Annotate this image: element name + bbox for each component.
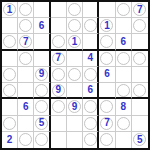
cell-r0c4[interactable]	[67, 2, 83, 18]
cell-r4c5[interactable]	[83, 67, 99, 83]
odd-mark-circle	[3, 117, 16, 130]
cell-r5c2[interactable]	[34, 83, 50, 99]
odd-mark-circle	[19, 52, 32, 65]
cell-r0c5[interactable]	[83, 2, 99, 18]
given-digit: 2	[7, 135, 13, 145]
cell-r8c1[interactable]	[18, 132, 34, 148]
given-digit: 6	[23, 102, 29, 112]
odd-mark-circle	[84, 19, 97, 32]
cell-r6c7[interactable]: 8	[116, 99, 132, 115]
odd-mark-circle	[117, 3, 130, 16]
cell-r3c8[interactable]	[132, 51, 148, 67]
cell-r7c2[interactable]: 5	[34, 116, 50, 132]
given-digit: 6	[87, 85, 93, 95]
odd-mark-circle	[35, 100, 48, 113]
cell-r8c2[interactable]	[34, 132, 50, 148]
cell-r4c4[interactable]	[67, 67, 83, 83]
cell-r4c2[interactable]: 9	[34, 67, 50, 83]
odd-mark-circle	[52, 35, 65, 48]
cell-r4c0[interactable]	[2, 67, 18, 83]
cell-r8c5[interactable]	[83, 132, 99, 148]
cell-r7c5[interactable]	[83, 116, 99, 132]
odd-mark-circle: 1	[100, 19, 113, 32]
cell-r3c4[interactable]	[67, 51, 83, 67]
given-digit: 8	[120, 102, 126, 112]
cell-r3c5[interactable]: 4	[83, 51, 99, 67]
odd-mark-circle	[52, 100, 65, 113]
given-digit: 5	[137, 135, 143, 145]
cell-r1c6[interactable]: 1	[99, 18, 115, 34]
cell-r2c5[interactable]	[83, 34, 99, 50]
cell-r7c7[interactable]	[116, 116, 132, 132]
odd-mark-circle	[84, 68, 97, 81]
odd-mark-circle: 9	[35, 68, 48, 81]
odd-mark-circle	[117, 52, 130, 65]
cell-r4c7[interactable]	[116, 67, 132, 83]
given-digit: 1	[7, 5, 13, 15]
cell-r2c0[interactable]	[2, 34, 18, 50]
cell-r6c3[interactable]	[51, 99, 67, 115]
cell-r5c0[interactable]	[2, 83, 18, 99]
cell-r5c3[interactable]: 9	[51, 83, 67, 99]
odd-mark-circle	[3, 68, 16, 81]
odd-mark-circle	[3, 35, 16, 48]
odd-mark-circle	[100, 35, 113, 48]
cell-r6c5[interactable]	[83, 99, 99, 115]
given-digit: 6	[104, 69, 110, 79]
odd-mark-circle	[133, 52, 146, 65]
odd-mark-circle: 7	[19, 35, 32, 48]
odd-mark-circle	[100, 100, 113, 113]
cell-r3c3[interactable]: 7	[51, 51, 67, 67]
cell-r3c6[interactable]	[99, 51, 115, 67]
cell-r6c1[interactable]: 6	[18, 99, 34, 115]
cell-r4c3[interactable]	[51, 67, 67, 83]
cell-r0c8[interactable]: 7	[132, 2, 148, 18]
cell-r2c4[interactable]: 1	[67, 34, 83, 50]
cell-r1c5[interactable]	[83, 18, 99, 34]
cell-r1c8[interactable]	[132, 18, 148, 34]
given-digit: 1	[104, 21, 110, 31]
cell-r1c4[interactable]	[67, 18, 83, 34]
cell-r7c8[interactable]	[132, 116, 148, 132]
cell-r2c3[interactable]	[51, 34, 67, 50]
cell-r3c2[interactable]	[34, 51, 50, 67]
cell-r7c4[interactable]	[67, 116, 83, 132]
cell-r8c0[interactable]: 2	[2, 132, 18, 148]
sudoku-board: 17617167496966985725	[0, 0, 150, 150]
cell-r1c3[interactable]	[51, 18, 67, 34]
cell-r6c2[interactable]	[34, 99, 50, 115]
given-digit: 6	[39, 21, 45, 31]
odd-mark-circle	[19, 133, 32, 146]
cell-r3c1[interactable]	[18, 51, 34, 67]
given-digit: 7	[137, 5, 143, 15]
cell-r1c0[interactable]	[2, 18, 18, 34]
cell-r2c2[interactable]	[34, 34, 50, 50]
cell-r6c6[interactable]	[99, 99, 115, 115]
cell-r8c7[interactable]	[116, 132, 132, 148]
odd-mark-circle: 9	[52, 84, 65, 97]
odd-mark-circle: 5	[133, 133, 146, 146]
given-digit: 4	[87, 53, 93, 63]
cell-r5c8[interactable]	[132, 83, 148, 99]
cell-r4c8[interactable]	[132, 67, 148, 83]
odd-mark-circle	[100, 133, 113, 146]
odd-mark-circle	[19, 3, 32, 16]
odd-mark-circle: 7	[52, 52, 65, 65]
odd-mark-circle	[68, 19, 81, 32]
cell-r0c2[interactable]	[34, 2, 50, 18]
cell-r3c7[interactable]	[116, 51, 132, 67]
cell-r8c3[interactable]	[51, 132, 67, 148]
cell-r8c4[interactable]	[67, 132, 83, 148]
cell-r8c8[interactable]: 5	[132, 132, 148, 148]
odd-mark-circle	[117, 117, 130, 130]
cell-r0c7[interactable]	[116, 2, 132, 18]
odd-mark-circle	[35, 84, 48, 97]
odd-mark-circle	[133, 19, 146, 32]
odd-mark-circle: 1	[68, 35, 81, 48]
given-digit: 9	[72, 102, 78, 112]
cell-r0c0[interactable]: 1	[2, 2, 18, 18]
odd-mark-circle: 1	[3, 3, 16, 16]
given-digit: 9	[55, 85, 61, 95]
cell-r4c6[interactable]: 6	[99, 67, 115, 83]
cell-r7c1[interactable]	[18, 116, 34, 132]
cell-r0c3[interactable]	[51, 2, 67, 18]
cell-r4c1[interactable]	[18, 67, 34, 83]
cell-r2c6[interactable]	[99, 34, 115, 50]
odd-mark-circle: 7	[100, 117, 113, 130]
given-digit: 7	[104, 118, 110, 128]
odd-mark-circle: 5	[35, 117, 48, 130]
cell-r2c8[interactable]	[132, 34, 148, 50]
cell-r5c7[interactable]	[116, 83, 132, 99]
cell-r1c7[interactable]	[116, 18, 132, 34]
odd-mark-circle	[133, 84, 146, 97]
cell-r6c4[interactable]: 9	[67, 99, 83, 115]
odd-mark-circle	[68, 3, 81, 16]
odd-mark-circle	[35, 133, 48, 146]
cell-r5c1[interactable]	[18, 83, 34, 99]
odd-mark-circle	[3, 84, 16, 97]
cell-r2c1[interactable]: 7	[18, 34, 34, 50]
given-digit: 1	[72, 37, 78, 47]
odd-mark-circle: 7	[133, 3, 146, 16]
cell-r5c5[interactable]: 6	[83, 83, 99, 99]
cell-r7c3[interactable]	[51, 116, 67, 132]
odd-mark-circle: 9	[68, 100, 81, 113]
cell-r5c4[interactable]	[67, 83, 83, 99]
cell-r5c6[interactable]	[99, 83, 115, 99]
odd-mark-circle	[52, 68, 65, 81]
given-digit: 6	[120, 37, 126, 47]
cell-r7c6[interactable]: 7	[99, 116, 115, 132]
cell-r6c0[interactable]	[2, 99, 18, 115]
cell-r6c8[interactable]	[132, 99, 148, 115]
cell-r7c0[interactable]	[2, 116, 18, 132]
cell-r2c7[interactable]: 6	[116, 34, 132, 50]
given-digit: 5	[39, 118, 45, 128]
odd-mark-circle	[68, 68, 81, 81]
odd-mark-circle	[19, 19, 32, 32]
given-digit: 7	[55, 53, 61, 63]
given-digit: 7	[23, 37, 29, 47]
given-digit: 9	[39, 69, 45, 79]
odd-mark-circle	[117, 84, 130, 97]
cell-r0c6[interactable]	[99, 2, 115, 18]
odd-mark-circle	[100, 52, 113, 65]
cell-r8c6[interactable]	[99, 132, 115, 148]
cell-r1c1[interactable]	[18, 18, 34, 34]
odd-mark-circle	[84, 117, 97, 130]
odd-mark-circle	[84, 133, 97, 146]
cell-r0c1[interactable]	[18, 2, 34, 18]
cell-r3c0[interactable]	[2, 51, 18, 67]
odd-mark-circle	[84, 100, 97, 113]
cell-r1c2[interactable]: 6	[34, 18, 50, 34]
